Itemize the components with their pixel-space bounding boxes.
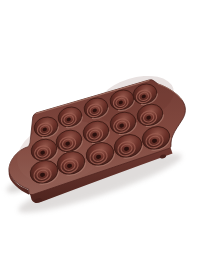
photo-canvas (0, 0, 200, 280)
chocolate-mold-photo (0, 0, 200, 280)
